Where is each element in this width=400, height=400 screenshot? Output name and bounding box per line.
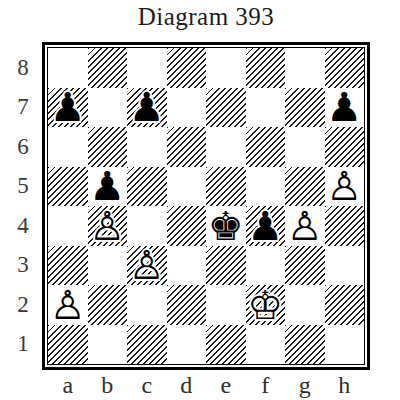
square-e5 [206,167,246,207]
file-label-d: d [167,370,207,400]
square-g7 [285,88,325,128]
chess-board: ♟♟♟♟♙♙♚♟♙♙♙♔ [42,42,370,370]
rank-label-2: 2 [10,285,36,325]
square-c7: ♟ [127,88,167,128]
square-f2: ♔ [246,285,286,325]
square-d2 [167,285,207,325]
file-label-h: h [325,370,365,400]
square-d5 [167,167,207,207]
square-f7 [246,88,286,128]
square-g3 [285,246,325,286]
square-h3 [325,246,365,286]
file-label-e: e [206,370,246,400]
black-pawn-b5: ♟ [89,166,125,206]
square-d8 [167,48,207,88]
square-b5: ♟ [88,167,128,207]
square-d7 [167,88,207,128]
square-e1 [206,325,246,365]
square-c2 [127,285,167,325]
rank-label-1: 1 [10,325,36,365]
square-c4 [127,206,167,246]
square-g5 [285,167,325,207]
square-e6 [206,127,246,167]
square-f8 [246,48,286,88]
square-h4 [325,206,365,246]
white-king-f2: ♔ [247,285,283,325]
white-pawn-g4: ♙ [287,206,323,246]
black-pawn-f4: ♟ [247,206,283,246]
rank-label-3: 3 [10,246,36,286]
file-label-c: c [127,370,167,400]
square-f6 [246,127,286,167]
square-e4: ♚ [206,206,246,246]
square-a1 [48,325,88,365]
square-e2 [206,285,246,325]
white-pawn-b4: ♙ [89,206,125,246]
square-a5 [48,167,88,207]
square-b1 [88,325,128,365]
black-pawn-c7: ♟ [129,87,165,127]
square-h6 [325,127,365,167]
black-pawn-a7: ♟ [50,87,86,127]
file-labels: abcdefgh [48,370,364,400]
square-a6 [48,127,88,167]
square-e8 [206,48,246,88]
square-g2 [285,285,325,325]
square-e7 [206,88,246,128]
rank-label-5: 5 [10,167,36,207]
rank-label-6: 6 [10,127,36,167]
square-d1 [167,325,207,365]
square-b8 [88,48,128,88]
board-grid: ♟♟♟♟♙♙♚♟♙♙♙♔ [48,48,364,364]
file-label-b: b [88,370,128,400]
white-pawn-c3: ♙ [129,245,165,285]
rank-label-7: 7 [10,88,36,128]
square-f1 [246,325,286,365]
square-c8 [127,48,167,88]
square-c3: ♙ [127,246,167,286]
square-d6 [167,127,207,167]
square-g1 [285,325,325,365]
rank-label-8: 8 [10,48,36,88]
square-d3 [167,246,207,286]
square-h2 [325,285,365,325]
square-h7: ♟ [325,88,365,128]
square-c6 [127,127,167,167]
diagram-title: Diagram 393 [42,3,370,31]
square-f3 [246,246,286,286]
square-d4 [167,206,207,246]
square-g4: ♙ [285,206,325,246]
chess-diagram-page: Diagram 393 87654321 ♟♟♟♟♙♙♚♟♙♙♙♔ abcdef… [0,0,400,400]
square-g6 [285,127,325,167]
square-b4: ♙ [88,206,128,246]
square-a7: ♟ [48,88,88,128]
square-g8 [285,48,325,88]
white-pawn-a2: ♙ [50,285,86,325]
rank-label-4: 4 [10,206,36,246]
square-b2 [88,285,128,325]
square-f5 [246,167,286,207]
square-h8 [325,48,365,88]
square-a3 [48,246,88,286]
square-b3 [88,246,128,286]
board-inner-border: ♟♟♟♟♙♙♚♟♙♙♙♔ [47,47,365,365]
square-a2: ♙ [48,285,88,325]
square-c5 [127,167,167,207]
square-e3 [206,246,246,286]
file-label-g: g [285,370,325,400]
file-label-f: f [246,370,286,400]
square-f4: ♟ [246,206,286,246]
square-h5: ♙ [325,167,365,207]
square-a4 [48,206,88,246]
rank-labels: 87654321 [10,48,36,364]
black-pawn-h7: ♟ [326,87,362,127]
square-c1 [127,325,167,365]
square-a8 [48,48,88,88]
black-king-e4: ♚ [208,206,244,246]
square-b6 [88,127,128,167]
white-pawn-h5: ♙ [326,166,362,206]
square-b7 [88,88,128,128]
square-h1 [325,325,365,365]
file-label-a: a [48,370,88,400]
